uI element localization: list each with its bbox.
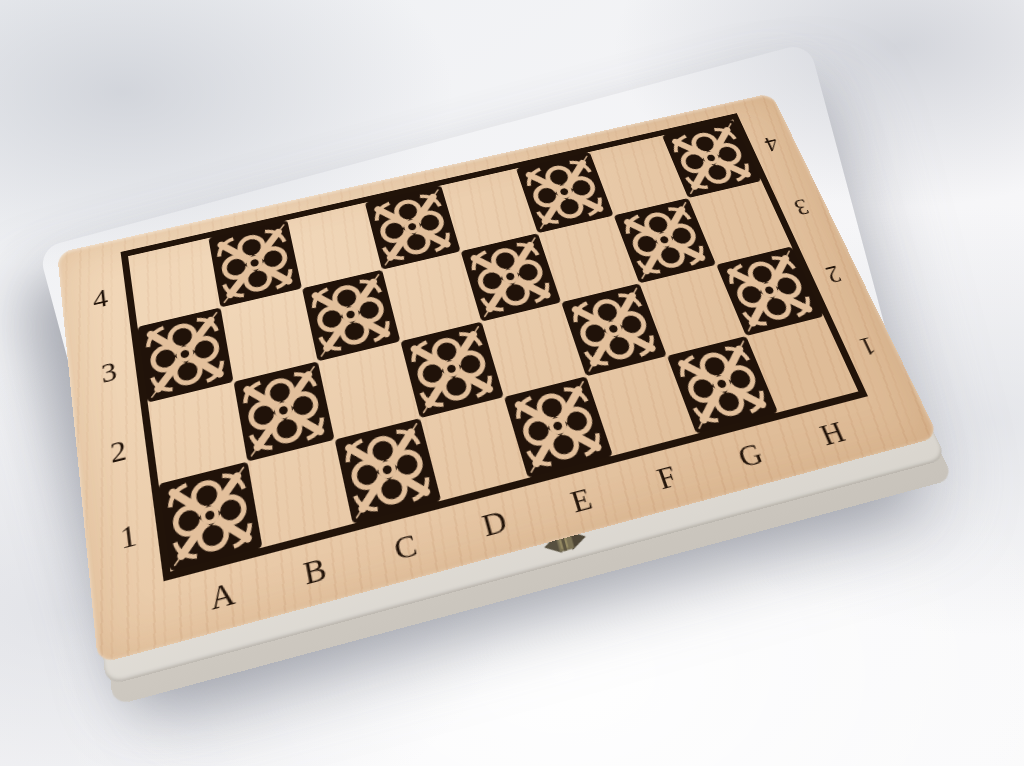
rank-label-left-3: 3: [82, 329, 136, 416]
fur-background: 4321 4321 ABCDEFGH: [0, 0, 1024, 766]
rank-label-left-2: 2: [91, 405, 147, 499]
rank-label-left-4: 4: [75, 259, 127, 340]
rank-label-left-1: 1: [99, 487, 158, 588]
